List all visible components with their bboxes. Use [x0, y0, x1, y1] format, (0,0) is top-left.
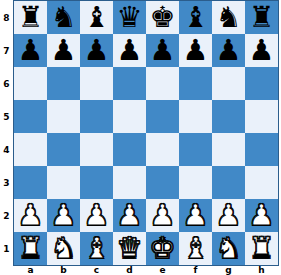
- white-knight-b1[interactable]: ♞: [47, 232, 80, 265]
- square-h2[interactable]: ♟: [245, 199, 278, 232]
- white-pawn-d2[interactable]: ♟: [113, 199, 146, 232]
- black-rook-a8[interactable]: ♜: [14, 1, 47, 34]
- black-pawn-e7[interactable]: ♟: [146, 34, 179, 67]
- white-pawn-b2[interactable]: ♟: [47, 199, 80, 232]
- white-rook-a1[interactable]: ♜: [14, 232, 47, 265]
- square-e5[interactable]: [146, 100, 179, 133]
- square-d2[interactable]: ♟: [113, 199, 146, 232]
- square-b7[interactable]: ♟: [47, 34, 80, 67]
- square-d1[interactable]: ♛: [113, 232, 146, 265]
- white-pawn-f2[interactable]: ♟: [179, 199, 212, 232]
- black-bishop-c8[interactable]: ♝: [80, 1, 113, 34]
- rank-labels: 87654321: [0, 1, 13, 265]
- square-f7[interactable]: ♟: [179, 34, 212, 67]
- black-rook-h8[interactable]: ♜: [245, 1, 278, 34]
- black-pawn-f7[interactable]: ♟: [179, 34, 212, 67]
- square-h1[interactable]: ♜: [245, 232, 278, 265]
- black-knight-g8[interactable]: ♞: [212, 1, 245, 34]
- square-f4[interactable]: [179, 133, 212, 166]
- square-b3[interactable]: [47, 166, 80, 199]
- white-bishop-f1[interactable]: ♝: [179, 232, 212, 265]
- rank-label-8: 8: [0, 1, 13, 34]
- white-pawn-e2[interactable]: ♟: [146, 199, 179, 232]
- rank-label-5: 5: [0, 100, 13, 133]
- square-f8[interactable]: ♝: [179, 1, 212, 34]
- square-b1[interactable]: ♞: [47, 232, 80, 265]
- square-c7[interactable]: ♟: [80, 34, 113, 67]
- white-rook-h1[interactable]: ♜: [245, 232, 278, 265]
- square-f1[interactable]: ♝: [179, 232, 212, 265]
- black-pawn-a7[interactable]: ♟: [14, 34, 47, 67]
- square-e3[interactable]: [146, 166, 179, 199]
- file-labels: abcdefgh: [14, 266, 278, 275]
- square-e8[interactable]: ♚: [146, 1, 179, 34]
- square-a3[interactable]: [14, 166, 47, 199]
- white-pawn-h2[interactable]: ♟: [245, 199, 278, 232]
- square-f3[interactable]: [179, 166, 212, 199]
- rank-label-3: 3: [0, 166, 13, 199]
- black-queen-d8[interactable]: ♛: [113, 1, 146, 34]
- square-g6[interactable]: [212, 67, 245, 100]
- white-bishop-c1[interactable]: ♝: [80, 232, 113, 265]
- file-label-c: c: [80, 266, 113, 275]
- square-b2[interactable]: ♟: [47, 199, 80, 232]
- file-label-e: e: [146, 266, 179, 275]
- square-a1[interactable]: ♜: [14, 232, 47, 265]
- black-pawn-c7[interactable]: ♟: [80, 34, 113, 67]
- square-h5[interactable]: [245, 100, 278, 133]
- square-f5[interactable]: [179, 100, 212, 133]
- file-label-g: g: [212, 266, 245, 275]
- file-label-d: d: [113, 266, 146, 275]
- square-h6[interactable]: [245, 67, 278, 100]
- rank-label-4: 4: [0, 133, 13, 166]
- square-g2[interactable]: ♟: [212, 199, 245, 232]
- square-a4[interactable]: [14, 133, 47, 166]
- square-h3[interactable]: [245, 166, 278, 199]
- file-label-h: h: [245, 266, 278, 275]
- black-pawn-b7[interactable]: ♟: [47, 34, 80, 67]
- rank-label-1: 1: [0, 232, 13, 265]
- chess-board[interactable]: ♜♞♝♛♚♝♞♜♟♟♟♟♟♟♟♟♟♟♟♟♟♟♟♟♜♞♝♛♚♝♞♜: [13, 0, 279, 266]
- square-g4[interactable]: [212, 133, 245, 166]
- square-f2[interactable]: ♟: [179, 199, 212, 232]
- square-a7[interactable]: ♟: [14, 34, 47, 67]
- file-label-a: a: [14, 266, 47, 275]
- square-c3[interactable]: [80, 166, 113, 199]
- square-e1[interactable]: ♚: [146, 232, 179, 265]
- square-b5[interactable]: [47, 100, 80, 133]
- black-pawn-g7[interactable]: ♟: [212, 34, 245, 67]
- black-pawn-d7[interactable]: ♟: [113, 34, 146, 67]
- square-c8[interactable]: ♝: [80, 1, 113, 34]
- square-e6[interactable]: [146, 67, 179, 100]
- square-a8[interactable]: ♜: [14, 1, 47, 34]
- square-f6[interactable]: [179, 67, 212, 100]
- square-d5[interactable]: [113, 100, 146, 133]
- rank-label-2: 2: [0, 199, 13, 232]
- white-knight-g1[interactable]: ♞: [212, 232, 245, 265]
- square-g1[interactable]: ♞: [212, 232, 245, 265]
- square-d6[interactable]: [113, 67, 146, 100]
- square-g5[interactable]: [212, 100, 245, 133]
- white-pawn-c2[interactable]: ♟: [80, 199, 113, 232]
- square-a6[interactable]: [14, 67, 47, 100]
- square-d4[interactable]: [113, 133, 146, 166]
- white-pawn-a2[interactable]: ♟: [14, 199, 47, 232]
- square-b6[interactable]: [47, 67, 80, 100]
- square-g3[interactable]: [212, 166, 245, 199]
- square-e7[interactable]: ♟: [146, 34, 179, 67]
- square-g8[interactable]: ♞: [212, 1, 245, 34]
- white-queen-d1[interactable]: ♛: [113, 232, 146, 265]
- black-knight-b8[interactable]: ♞: [47, 1, 80, 34]
- square-h8[interactable]: ♜: [245, 1, 278, 34]
- square-d8[interactable]: ♛: [113, 1, 146, 34]
- square-h7[interactable]: ♟: [245, 34, 278, 67]
- square-c6[interactable]: [80, 67, 113, 100]
- file-label-b: b: [47, 266, 80, 275]
- square-c2[interactable]: ♟: [80, 199, 113, 232]
- white-king-e1[interactable]: ♚: [146, 232, 179, 265]
- chess-board-wrapper: 87654321 ♜♞♝♛♚♝♞♜♟♟♟♟♟♟♟♟♟♟♟♟♟♟♟♟♜♞♝♛♚♝♞…: [0, 0, 281, 275]
- square-b8[interactable]: ♞: [47, 1, 80, 34]
- square-e4[interactable]: [146, 133, 179, 166]
- black-pawn-h7[interactable]: ♟: [245, 34, 278, 67]
- square-c1[interactable]: ♝: [80, 232, 113, 265]
- white-pawn-g2[interactable]: ♟: [212, 199, 245, 232]
- black-bishop-f8[interactable]: ♝: [179, 1, 212, 34]
- square-d7[interactable]: ♟: [113, 34, 146, 67]
- square-a5[interactable]: [14, 100, 47, 133]
- square-c4[interactable]: [80, 133, 113, 166]
- square-e2[interactable]: ♟: [146, 199, 179, 232]
- square-g7[interactable]: ♟: [212, 34, 245, 67]
- rank-label-6: 6: [0, 67, 13, 100]
- black-king-e8[interactable]: ♚: [146, 1, 179, 34]
- square-b4[interactable]: [47, 133, 80, 166]
- square-d3[interactable]: [113, 166, 146, 199]
- square-a2[interactable]: ♟: [14, 199, 47, 232]
- rank-label-7: 7: [0, 34, 13, 67]
- square-c5[interactable]: [80, 100, 113, 133]
- square-h4[interactable]: [245, 133, 278, 166]
- file-label-f: f: [179, 266, 212, 275]
